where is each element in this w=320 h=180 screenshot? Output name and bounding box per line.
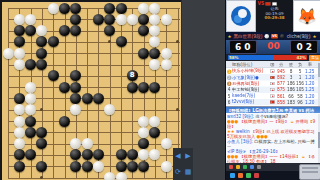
black-stone — [70, 70, 81, 81]
score-cell: 875 — [276, 87, 287, 92]
chat-tool-icon[interactable] — [236, 165, 240, 169]
black-stone — [14, 36, 25, 47]
black-stone — [149, 48, 160, 59]
player-name-cell: 小飞象(9段)● — [232, 74, 269, 80]
white-stone — [149, 116, 160, 127]
board-nav-icon[interactable]: ◀ — [175, 152, 180, 160]
medal-icon: 1 — [227, 69, 232, 74]
player-name-cell: t2vvv(6段) — [232, 99, 269, 105]
black-stone — [25, 59, 36, 70]
wins-cell: 183 — [287, 100, 296, 105]
black-stone-marked-8: 8 — [127, 70, 138, 81]
club-logo-icon — [231, 6, 251, 26]
chat-message: ●●● 【棋牌直播间】—【9段】 ☕ 开播啦【9段】 — [227, 119, 318, 129]
black-stone — [36, 59, 47, 70]
black-stone — [59, 3, 70, 14]
white-stone — [70, 104, 81, 115]
vs-panel: VS 让先 00:19:09 00:29:38 — [256, 0, 293, 32]
black-stone — [138, 138, 149, 149]
losses-cell: 96 — [296, 100, 305, 105]
score-cell: 861 — [276, 93, 287, 98]
left-clock: 60 — [229, 40, 257, 54]
black-stone — [14, 25, 25, 36]
black-stone — [70, 82, 81, 93]
taskbar-icon[interactable] — [230, 173, 235, 178]
player-name-cell: 申工智能(9段) — [232, 87, 269, 93]
grid-line — [166, 8, 167, 178]
chat-tool-icon[interactable] — [229, 165, 233, 169]
side-panel: VS 让先 00:19:09 00:29:38 🦊 ★ 黑白世界(9段) VS — [225, 0, 320, 180]
chat-tool-icon[interactable] — [250, 165, 254, 169]
player-name-cell: 快乐小神猪(9段) — [232, 68, 269, 74]
taskbar-icon[interactable] — [246, 173, 251, 178]
black-stone — [116, 36, 127, 47]
table-header-cell: 胜 — [287, 61, 296, 67]
rate-cell: 1.20 — [305, 93, 316, 98]
wins-cell: 186 — [287, 87, 296, 92]
vs-tag: VS — [271, 34, 278, 39]
black-stone — [70, 161, 81, 172]
wins-cell: 3 — [287, 75, 296, 80]
rate-cell: 1.20 — [305, 75, 316, 80]
players-bar: ★ 黑白世界(9段) VS cliche(9段) ★ — [226, 32, 320, 40]
losses-cell: 156 — [296, 81, 305, 86]
white-stone — [149, 36, 160, 47]
white-stone — [127, 14, 138, 25]
black-stone — [127, 161, 138, 172]
black-stone — [93, 93, 104, 104]
white-stone — [36, 25, 47, 36]
white-stone — [14, 59, 25, 70]
chat-message: ●●● 【棋牌直播间】——【14段班】 ☕ 【各位棋友, 18:30 有课】 1… — [227, 154, 318, 163]
right-player-name[interactable]: cliche(9段) — [287, 33, 311, 40]
player-name-cell: kaede(7段) — [232, 93, 269, 99]
wins-cell: 66 — [287, 93, 296, 98]
clock-center-info: 00 19:38 00 29:38 — [257, 40, 291, 54]
black-stone — [36, 48, 47, 59]
rate-cell: 1.25 — [305, 69, 316, 74]
black-stone — [82, 161, 93, 172]
white-stone — [149, 149, 160, 160]
white-stone — [116, 172, 127, 180]
flag-cn-icon — [270, 101, 275, 104]
board-nav-icon[interactable]: ▶ — [185, 152, 190, 160]
black-stone — [127, 82, 138, 93]
fox-mascot: 🦊 — [293, 0, 320, 32]
black-stone — [25, 127, 36, 138]
black-stone — [48, 70, 59, 81]
white-stone — [161, 14, 172, 25]
board-nav-icon[interactable]: ▦ — [185, 168, 192, 176]
black-stone — [48, 36, 59, 47]
table-header-cell: 负 — [296, 61, 305, 67]
white-stone — [14, 14, 25, 25]
star-point — [176, 40, 179, 43]
vs-badge: VS — [258, 1, 265, 6]
flag-kr-icon — [270, 70, 275, 73]
wins-cell: 8 — [287, 69, 296, 74]
white-stone — [161, 59, 172, 70]
losses-cell: 105 — [296, 87, 305, 92]
black-stone — [36, 127, 47, 138]
black-stone — [138, 48, 149, 59]
white-stone — [25, 93, 36, 104]
score-cell: 877 — [276, 81, 287, 86]
black-stone — [127, 149, 138, 160]
white-stone — [14, 104, 25, 115]
white-stone — [14, 127, 25, 138]
flag-kr-icon — [270, 88, 275, 91]
white-stone — [161, 48, 172, 59]
black-stone — [104, 25, 115, 36]
white-stone — [48, 3, 59, 14]
chat-title: 【野狐围棋】LG杯决赛第3局 申真谞 vs 柯洁 — [226, 107, 320, 113]
black-stone — [116, 149, 127, 160]
flag-cn-icon — [266, 2, 271, 6]
white-stone — [161, 138, 172, 149]
white-stone — [149, 25, 160, 36]
black-stone — [138, 82, 149, 93]
white-stone — [14, 116, 25, 127]
black-stone — [70, 149, 81, 160]
black-stone — [138, 14, 149, 25]
rate-cell: 1.25 — [305, 87, 316, 92]
white-stone — [14, 48, 25, 59]
go-client-window: 8 ◀▶⟳▦ VS 让先 00:19:09 00:29:38 — [0, 0, 320, 180]
score-cell: 858 — [276, 100, 287, 105]
medal-icon: 2 — [227, 76, 232, 81]
chat-title-bar: 【野狐围棋】LG杯决赛第3局 申真谞 vs 柯洁 — [226, 107, 320, 113]
rate-cell: 1.20 — [305, 81, 316, 86]
black-stone — [70, 14, 81, 25]
vote-button[interactable]: 竞猜 — [309, 55, 320, 61]
black-stone — [138, 25, 149, 36]
black-stone — [116, 3, 127, 14]
white-stone — [82, 138, 93, 149]
table-row[interactable]: 6t2vvv(6段)858183961.20 — [226, 99, 318, 105]
black-stone — [138, 161, 149, 172]
grid-line — [8, 178, 180, 179]
black-stone — [25, 116, 36, 127]
table-header-cell: 昵称(段位) — [232, 61, 269, 67]
chat-pane: 【野狐围棋】LG杯决赛第3局 申真谞 vs 柯洁 wxd32 [9段]: 这个v… — [226, 106, 320, 163]
white-stone — [149, 3, 160, 14]
white-stone — [104, 104, 115, 115]
chat-messages: wxd32 [9段]: 这个vs是啥情况?●●● 【棋牌直播间】—【9段】 ☕ … — [227, 114, 318, 163]
losses-cell: 58 — [296, 93, 305, 98]
chat-tool-icon[interactable] — [243, 165, 247, 169]
white-stone — [138, 116, 149, 127]
header-row: VS 让先 00:19:09 00:29:38 🦊 — [226, 0, 320, 32]
grid-line — [53, 8, 54, 178]
black-stone — [82, 149, 93, 160]
black-stone — [70, 25, 81, 36]
flag-jp-icon — [270, 94, 275, 97]
chat-message: 小鱼儿 [3段]: 白棋厚实, 左上不能松, 只能一搏 一 — [227, 139, 318, 149]
taskbar-icon[interactable] — [254, 173, 259, 178]
clock-info-top: 00 19:38 — [257, 40, 291, 54]
player-name-cell: 石佛再现(8段) — [232, 80, 269, 86]
black-stone — [70, 93, 81, 104]
right-clock: 02 — [290, 40, 318, 54]
white-stone — [3, 48, 14, 59]
black-stone — [36, 161, 47, 172]
black-stone — [104, 14, 115, 25]
black-stone-icon — [280, 34, 285, 39]
black-stone — [36, 138, 47, 149]
black-stone — [116, 161, 127, 172]
black-stone — [25, 149, 36, 160]
black-stone — [14, 149, 25, 160]
rate-cell: 1.20 — [305, 100, 316, 105]
black-stone — [59, 25, 70, 36]
chat-tool-icon[interactable] — [257, 165, 261, 169]
white-stone — [149, 59, 160, 70]
vs-info-highlight: 00:29:38 — [256, 16, 293, 21]
white-stone — [104, 172, 115, 180]
black-stone — [82, 93, 93, 104]
black-stone — [93, 149, 104, 160]
white-stone — [70, 138, 81, 149]
go-board[interactable]: 8 — [2, 2, 181, 180]
flag-cn-icon — [270, 76, 275, 79]
black-stone — [59, 82, 70, 93]
flag-kr-icon — [270, 82, 275, 85]
table-header-cell: 分 — [276, 61, 287, 67]
star-point — [40, 176, 43, 179]
medal-icon: 3 — [227, 82, 232, 87]
black-stone — [14, 161, 25, 172]
white-stone — [149, 14, 160, 25]
table-header-cell: 率 — [305, 61, 316, 67]
white-stone — [93, 161, 104, 172]
board-nav-toolbar: ◀▶⟳▦ — [173, 148, 193, 180]
flag-kr-icon — [272, 2, 277, 6]
black-stone — [14, 93, 25, 104]
black-stone — [59, 116, 70, 127]
chat-message: ★★ welkin 【9段】已上线 欢迎棋友围观学习 5万棋友已加入 ●●● — [227, 129, 318, 139]
fox-icon: 🦊 — [297, 7, 317, 26]
score-cell: 945 — [276, 69, 287, 74]
clock-row: 60 00 19:38 00 29:38 02 — [226, 40, 320, 54]
white-stone — [25, 82, 36, 93]
white-stone — [116, 14, 127, 25]
corner-popup[interactable] — [299, 164, 320, 180]
white-stone — [161, 161, 172, 172]
losses-cell: 1 — [296, 75, 305, 80]
black-stone — [25, 25, 36, 36]
vote-bar[interactable]: 58% 42% — [228, 55, 307, 60]
score-cell: 892 — [276, 75, 287, 80]
star-point — [176, 108, 179, 111]
wins-cell: 186 — [287, 81, 296, 86]
white-stone-icon — [264, 34, 269, 39]
board-nav-icon[interactable]: ⟳ — [175, 168, 181, 176]
table-header-row: 昵称(段位)国分胜负率 — [226, 61, 318, 68]
black-stone — [149, 127, 160, 138]
white-stone — [138, 3, 149, 14]
white-stone — [138, 127, 149, 138]
white-stone — [25, 104, 36, 115]
star-icon: ★ — [228, 34, 232, 39]
black-stone — [36, 36, 47, 47]
black-stone — [70, 3, 81, 14]
grid-line — [8, 8, 9, 178]
leaderboard-table: 昵称(段位)国分胜负率1快乐小神猪(9段)945851.252小飞象(9段)●8… — [226, 61, 320, 106]
vote-row: 58% 42% 竞猜 — [226, 54, 320, 61]
vote-right-label: 42% — [296, 55, 306, 60]
white-stone — [14, 138, 25, 149]
star-point — [40, 108, 43, 111]
white-stone — [138, 149, 149, 160]
black-stone — [93, 14, 104, 25]
star-icon: ★ — [313, 34, 317, 39]
vote-left-label: 58% — [229, 55, 239, 60]
star-point — [108, 40, 111, 43]
black-stone — [149, 82, 160, 93]
taskbar-icon[interactable] — [238, 173, 243, 178]
left-player-name[interactable]: 黑白世界(9段) — [234, 33, 263, 40]
club-logo — [226, 0, 256, 32]
black-stone — [104, 3, 115, 14]
losses-cell: 5 — [296, 69, 305, 74]
white-stone — [25, 14, 36, 25]
